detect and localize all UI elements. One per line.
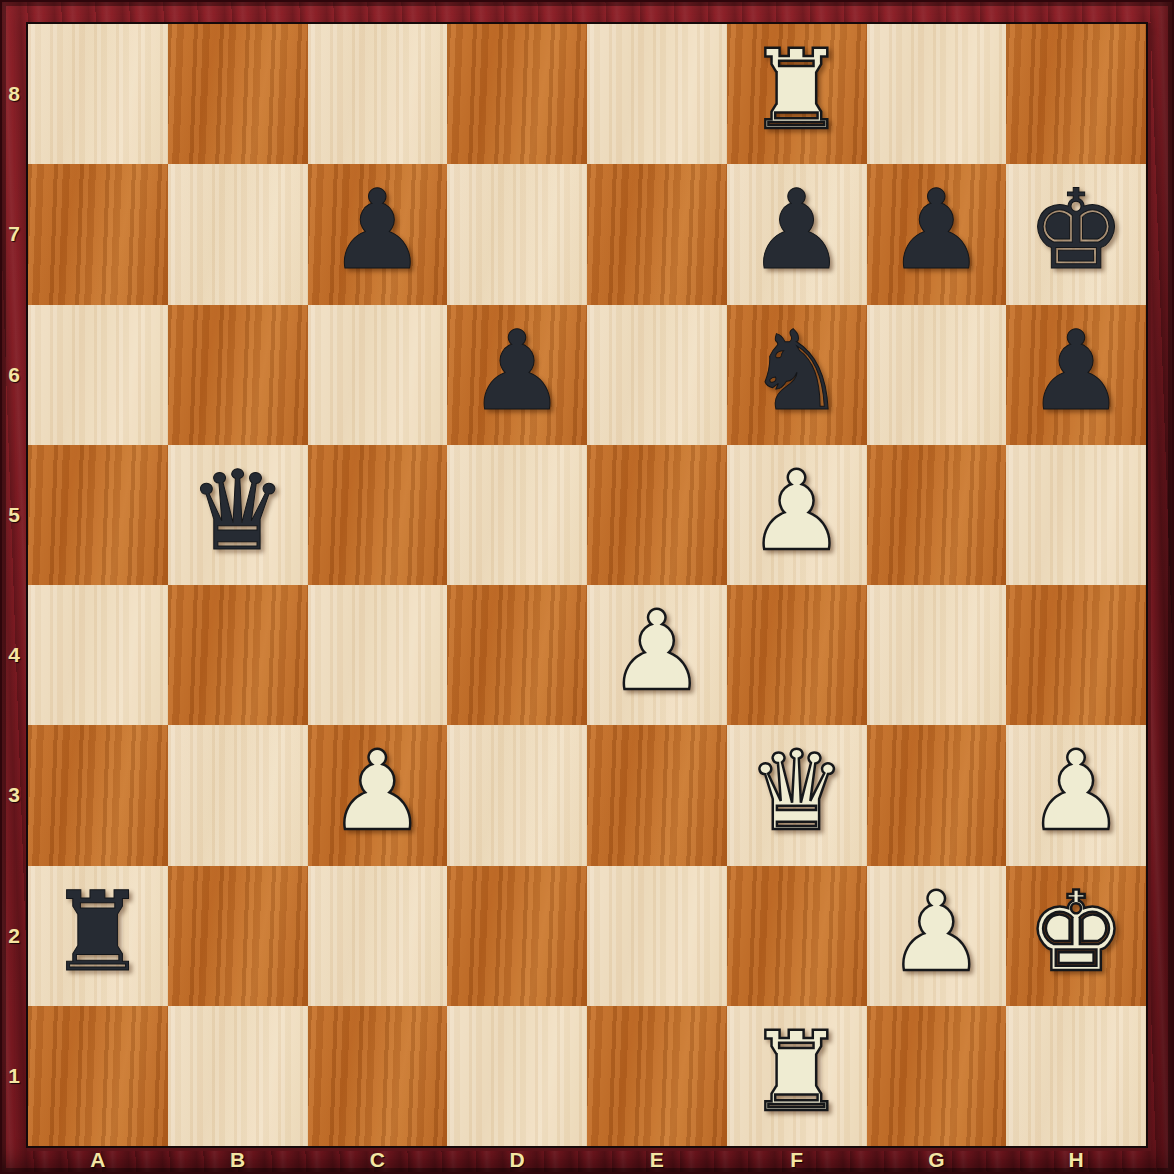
square-f2[interactable] (727, 866, 867, 1006)
square-e2[interactable] (587, 866, 727, 1006)
square-c8[interactable] (308, 24, 448, 164)
square-d4[interactable] (447, 585, 587, 725)
square-g4[interactable] (867, 585, 1007, 725)
square-a3[interactable] (28, 725, 168, 865)
rank-label-8: 8 (0, 24, 28, 164)
black-knight: ♞ (747, 316, 846, 426)
square-h5[interactable] (1006, 445, 1146, 585)
square-h2[interactable]: ♚ (1006, 866, 1146, 1006)
square-h3[interactable]: ♟ (1006, 725, 1146, 865)
rank-label-2: 2 (0, 866, 28, 1006)
file-label-c: C (308, 1146, 448, 1174)
square-a4[interactable] (28, 585, 168, 725)
square-d3[interactable] (447, 725, 587, 865)
square-g2[interactable]: ♟ (867, 866, 1007, 1006)
square-e7[interactable] (587, 164, 727, 304)
square-d1[interactable] (447, 1006, 587, 1146)
square-b6[interactable] (168, 305, 308, 445)
white-pawn: ♟ (887, 877, 986, 987)
white-rook: ♜ (747, 1017, 846, 1127)
file-label-e: E (587, 1146, 727, 1174)
square-b7[interactable] (168, 164, 308, 304)
black-pawn: ♟ (747, 175, 846, 285)
file-label-g: G (867, 1146, 1007, 1174)
square-h8[interactable] (1006, 24, 1146, 164)
square-b4[interactable] (168, 585, 308, 725)
rank-label-7: 7 (0, 164, 28, 304)
black-queen: ♛ (188, 456, 287, 566)
square-f3[interactable]: ♛ (727, 725, 867, 865)
white-rook: ♜ (747, 35, 846, 145)
square-c5[interactable] (308, 445, 448, 585)
square-a1[interactable] (28, 1006, 168, 1146)
square-b3[interactable] (168, 725, 308, 865)
square-c2[interactable] (308, 866, 448, 1006)
square-f4[interactable] (727, 585, 867, 725)
square-e1[interactable] (587, 1006, 727, 1146)
white-pawn: ♟ (1027, 736, 1126, 846)
square-b2[interactable] (168, 866, 308, 1006)
square-c1[interactable] (308, 1006, 448, 1146)
square-e6[interactable] (587, 305, 727, 445)
square-a8[interactable] (28, 24, 168, 164)
file-label-h: H (1006, 1146, 1146, 1174)
rank-label-1: 1 (0, 1006, 28, 1146)
rank-label-5: 5 (0, 445, 28, 585)
square-f1[interactable]: ♜ (727, 1006, 867, 1146)
square-g1[interactable] (867, 1006, 1007, 1146)
white-king: ♚ (1027, 877, 1126, 987)
black-pawn: ♟ (887, 175, 986, 285)
square-e5[interactable] (587, 445, 727, 585)
square-c4[interactable] (308, 585, 448, 725)
square-h1[interactable] (1006, 1006, 1146, 1146)
chess-board-frame: ♜♟♟♟♚♟♞♟♛♟♟♟♛♟♜♟♚♜ 87654321 ABCDEFGH (0, 0, 1174, 1174)
file-label-f: F (727, 1146, 867, 1174)
square-c3[interactable]: ♟ (308, 725, 448, 865)
black-pawn: ♟ (1027, 316, 1126, 426)
square-g3[interactable] (867, 725, 1007, 865)
square-g8[interactable] (867, 24, 1007, 164)
black-rook: ♜ (49, 877, 148, 987)
square-g6[interactable] (867, 305, 1007, 445)
square-h4[interactable] (1006, 585, 1146, 725)
white-pawn: ♟ (608, 596, 707, 706)
square-e3[interactable] (587, 725, 727, 865)
square-b8[interactable] (168, 24, 308, 164)
white-queen: ♛ (747, 736, 846, 846)
white-pawn: ♟ (328, 736, 427, 846)
file-label-a: A (28, 1146, 168, 1174)
square-e8[interactable] (587, 24, 727, 164)
file-label-d: D (447, 1146, 587, 1174)
square-d6[interactable]: ♟ (447, 305, 587, 445)
square-g7[interactable]: ♟ (867, 164, 1007, 304)
square-a2[interactable]: ♜ (28, 866, 168, 1006)
square-f7[interactable]: ♟ (727, 164, 867, 304)
square-a7[interactable] (28, 164, 168, 304)
rank-label-6: 6 (0, 305, 28, 445)
square-a5[interactable] (28, 445, 168, 585)
black-pawn: ♟ (328, 175, 427, 285)
square-d8[interactable] (447, 24, 587, 164)
square-d7[interactable] (447, 164, 587, 304)
square-g5[interactable] (867, 445, 1007, 585)
square-e4[interactable]: ♟ (587, 585, 727, 725)
square-c7[interactable]: ♟ (308, 164, 448, 304)
rank-label-4: 4 (0, 585, 28, 725)
square-b5[interactable]: ♛ (168, 445, 308, 585)
black-king: ♚ (1027, 175, 1126, 285)
square-c6[interactable] (308, 305, 448, 445)
file-label-b: B (168, 1146, 308, 1174)
square-d2[interactable] (447, 866, 587, 1006)
square-a6[interactable] (28, 305, 168, 445)
white-pawn: ♟ (747, 456, 846, 566)
square-h6[interactable]: ♟ (1006, 305, 1146, 445)
square-f5[interactable]: ♟ (727, 445, 867, 585)
square-b1[interactable] (168, 1006, 308, 1146)
square-f6[interactable]: ♞ (727, 305, 867, 445)
chess-board: ♜♟♟♟♚♟♞♟♛♟♟♟♛♟♜♟♚♜ (28, 24, 1146, 1146)
square-d5[interactable] (447, 445, 587, 585)
black-pawn: ♟ (468, 316, 567, 426)
square-h7[interactable]: ♚ (1006, 164, 1146, 304)
rank-label-3: 3 (0, 725, 28, 865)
square-f8[interactable]: ♜ (727, 24, 867, 164)
